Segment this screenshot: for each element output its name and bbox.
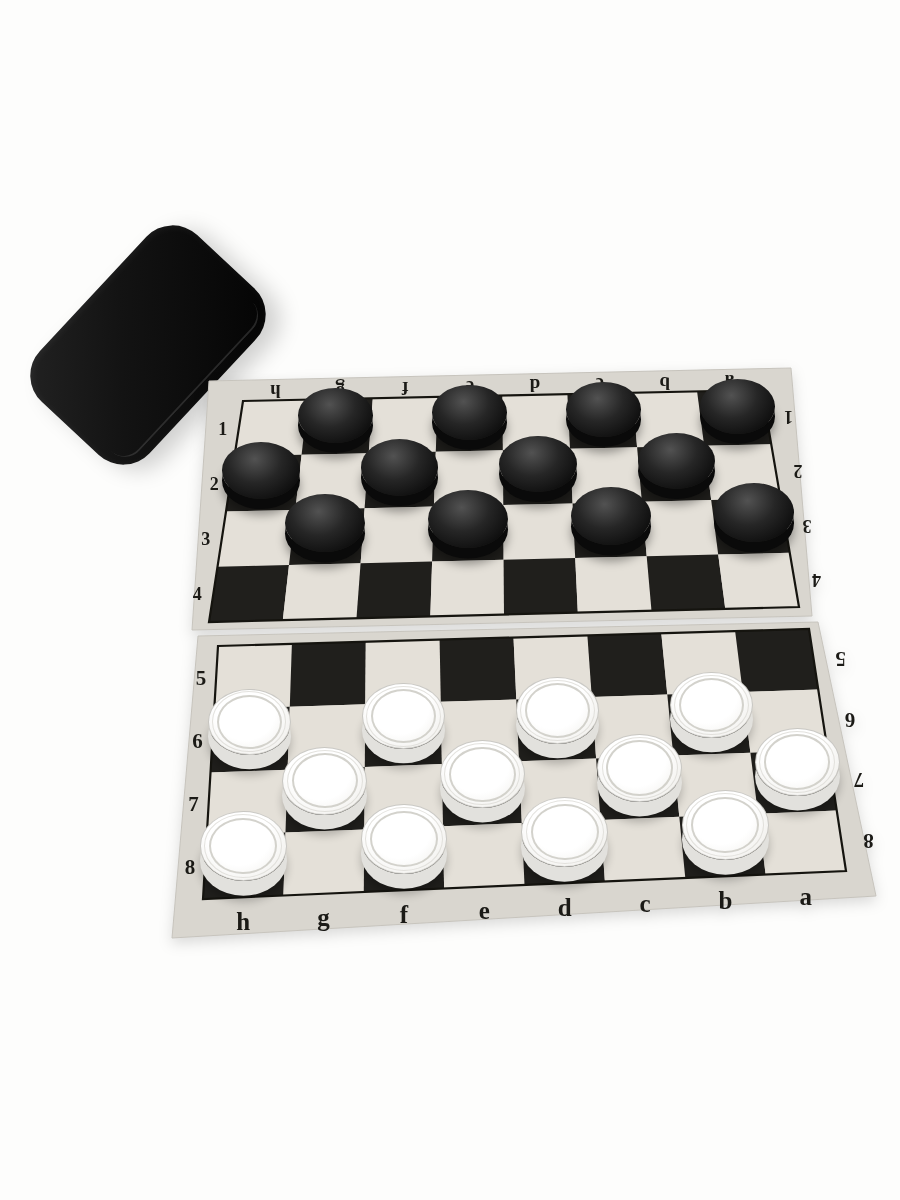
rank-label-left-2: 2 xyxy=(210,474,219,494)
file-label-bottom-c: c xyxy=(640,890,651,917)
square-e4[interactable] xyxy=(430,560,504,617)
white-checker-top xyxy=(362,683,445,750)
checker-white-b8[interactable] xyxy=(682,790,769,874)
rank-label-left-4: 4 xyxy=(193,584,202,604)
file-label-top-f: f xyxy=(401,378,408,399)
square-g4[interactable] xyxy=(283,563,361,620)
square-h4[interactable] xyxy=(209,565,289,622)
rank-label-left-3: 3 xyxy=(201,529,210,549)
checker-black-c1[interactable] xyxy=(566,382,641,447)
file-label-top-b: b xyxy=(659,373,670,394)
file-label-bottom-f: f xyxy=(400,901,409,928)
square-e5[interactable] xyxy=(440,638,517,702)
square-c8[interactable] xyxy=(601,817,686,882)
square-a8[interactable] xyxy=(758,811,846,875)
square-h3[interactable] xyxy=(218,510,296,567)
white-checker-top xyxy=(521,797,608,866)
file-label-bottom-e: e xyxy=(479,897,490,924)
checker-black-e3[interactable] xyxy=(428,490,508,559)
rank-label-left-1: 1 xyxy=(218,419,227,439)
rank-label-left-6: 6 xyxy=(192,729,203,753)
square-a4[interactable] xyxy=(718,553,799,609)
square-b3[interactable] xyxy=(642,500,718,556)
black-checker-top xyxy=(361,439,439,496)
black-checker-top xyxy=(298,388,373,443)
white-checker-top xyxy=(208,689,291,756)
rank-label-right-4: 4 xyxy=(812,570,821,590)
rank-label-right-2: 2 xyxy=(793,461,802,481)
white-checker-top xyxy=(682,790,769,859)
rank-label-right-5: 5 xyxy=(835,647,846,671)
file-label-bottom-g: g xyxy=(317,904,330,931)
square-d4[interactable] xyxy=(504,558,578,615)
black-checker-top xyxy=(571,487,651,545)
white-checker-top xyxy=(200,811,287,880)
checker-black-f2[interactable] xyxy=(361,439,439,506)
checker-white-d6[interactable] xyxy=(516,677,599,758)
checker-black-e1[interactable] xyxy=(432,385,507,450)
white-checker-top xyxy=(516,677,599,744)
checker-white-g7[interactable] xyxy=(282,747,367,829)
file-label-bottom-a: a xyxy=(800,883,813,910)
white-checker-top xyxy=(670,672,753,739)
checker-white-h8[interactable] xyxy=(200,811,287,895)
black-checker-top xyxy=(714,483,794,541)
checker-black-d2[interactable] xyxy=(499,436,577,503)
black-checker-top xyxy=(700,379,775,434)
square-g8[interactable] xyxy=(283,829,364,895)
rank-label-left-5: 5 xyxy=(196,666,207,690)
checker-white-d8[interactable] xyxy=(521,797,608,881)
file-label-top-d: d xyxy=(529,375,540,396)
square-e8[interactable] xyxy=(443,823,525,888)
checker-white-f6[interactable] xyxy=(362,683,445,764)
black-checker-top xyxy=(499,436,577,493)
file-label-bottom-h: h xyxy=(236,908,250,935)
square-f3[interactable] xyxy=(361,507,434,564)
square-d3[interactable] xyxy=(503,503,575,559)
checker-black-c3[interactable] xyxy=(571,487,651,556)
checker-white-b6[interactable] xyxy=(670,672,753,753)
file-label-bottom-b: b xyxy=(718,887,732,914)
rank-label-right-8: 8 xyxy=(863,829,874,853)
black-checker-top xyxy=(638,433,716,490)
rank-label-right-3: 3 xyxy=(803,516,812,536)
scene: 11223344hgfedcba55667788hgfedcba xyxy=(0,0,900,1200)
square-f4[interactable] xyxy=(357,562,433,619)
checker-white-f8[interactable] xyxy=(361,804,448,888)
rank-label-left-8: 8 xyxy=(185,855,196,879)
black-checker-top xyxy=(222,442,300,499)
rank-label-right-6: 6 xyxy=(845,708,856,732)
square-g5[interactable] xyxy=(290,642,366,707)
black-checker-top xyxy=(566,382,641,437)
rank-label-left-7: 7 xyxy=(188,792,199,816)
white-checker-top xyxy=(597,734,682,802)
checker-white-h6[interactable] xyxy=(208,689,291,770)
white-checker-top xyxy=(755,728,840,796)
checker-white-e7[interactable] xyxy=(440,740,525,822)
black-checker-top xyxy=(432,385,507,440)
rank-label-right-7: 7 xyxy=(854,768,865,792)
square-c4[interactable] xyxy=(575,556,651,612)
checker-black-g3[interactable] xyxy=(285,494,365,563)
white-checker-top xyxy=(361,804,448,873)
white-checker-top xyxy=(282,747,367,815)
black-checker-top xyxy=(428,490,508,548)
checker-black-a3[interactable] xyxy=(714,483,794,552)
file-label-top-h: h xyxy=(270,381,281,402)
rank-label-right-1: 1 xyxy=(784,407,793,427)
checker-white-c7[interactable] xyxy=(597,734,682,816)
file-label-bottom-d: d xyxy=(558,894,572,921)
square-b4[interactable] xyxy=(647,555,726,611)
checkerboard: 11223344hgfedcba55667788hgfedcba xyxy=(0,0,900,1200)
white-checker-top xyxy=(440,740,525,808)
black-checker-top xyxy=(285,494,365,552)
square-c5[interactable] xyxy=(587,633,667,697)
